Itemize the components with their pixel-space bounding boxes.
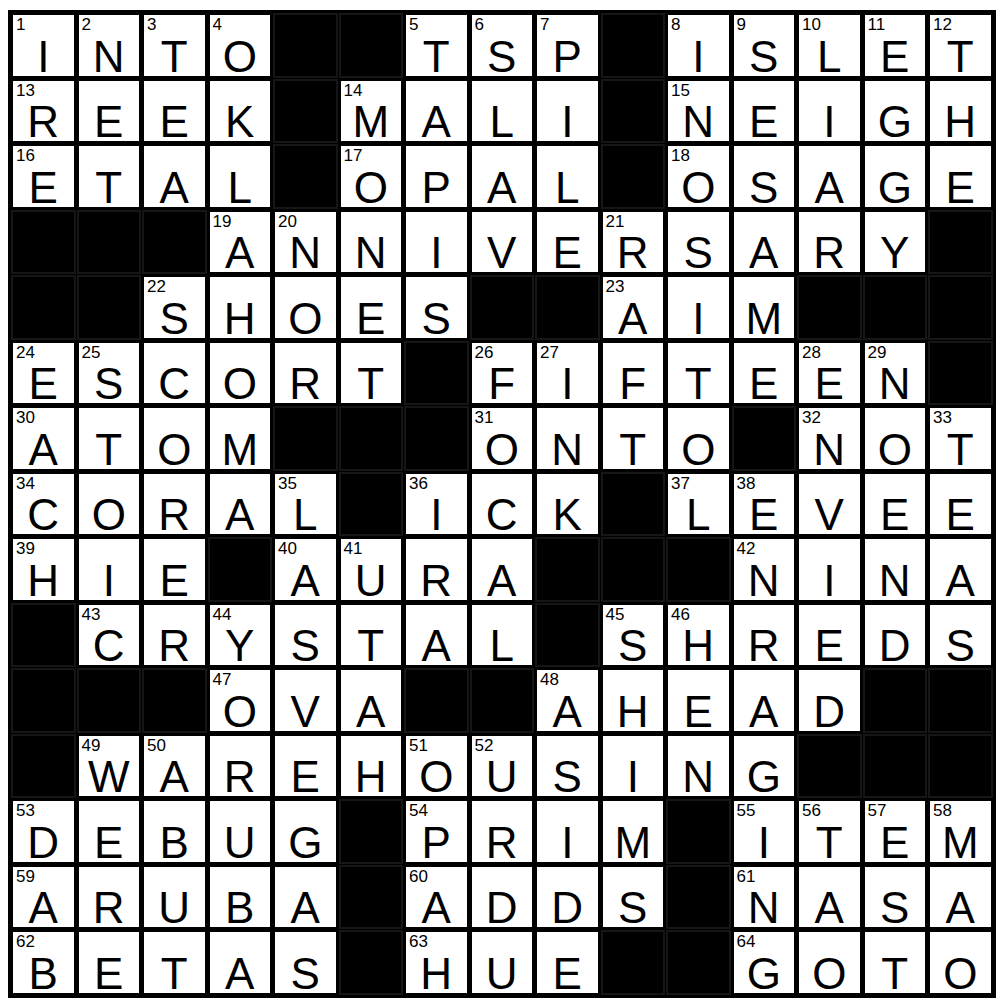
block-cell-r11c15: [928, 668, 993, 733]
cell-r14c7[interactable]: 60A: [404, 865, 469, 930]
cell-letter: R: [799, 231, 860, 275]
cell-r14c12[interactable]: 61N: [732, 865, 797, 930]
cell-r15c13[interactable]: O: [797, 930, 862, 995]
block-cell-r9c11: [666, 537, 731, 602]
cell-letter: S: [275, 624, 336, 668]
block-cell-r12c13: [797, 734, 862, 799]
block-cell-r12c15: [928, 734, 993, 799]
cell-r12c7[interactable]: 51O: [404, 734, 469, 799]
block-cell-r4c15: [928, 210, 993, 275]
cell-r13c7[interactable]: 54P: [404, 799, 469, 864]
cell-r2c13[interactable]: I: [797, 79, 862, 144]
cell-r10c8[interactable]: L: [470, 603, 535, 668]
cell-letter: W: [79, 755, 140, 799]
cell-r8c14[interactable]: E: [863, 472, 928, 537]
cell-r12c12[interactable]: G: [732, 734, 797, 799]
cell-letter: S: [603, 624, 664, 668]
cell-r13c5[interactable]: G: [273, 799, 338, 864]
cell-letter: H: [930, 100, 991, 144]
cell-letter: S: [537, 755, 598, 799]
cell-letter: T: [799, 821, 860, 865]
cell-r12c11[interactable]: N: [666, 734, 731, 799]
cell-r15c9[interactable]: E: [535, 930, 600, 995]
cell-r3c9[interactable]: L: [535, 144, 600, 209]
cell-letter: T: [406, 35, 467, 79]
cell-letter: H: [13, 559, 74, 603]
cell-r6c1[interactable]: 24E: [11, 341, 76, 406]
cell-letter: N: [341, 231, 402, 275]
cell-letter: S: [734, 35, 795, 79]
cell-r6c3[interactable]: C: [142, 341, 207, 406]
cell-r4c12[interactable]: A: [732, 210, 797, 275]
cell-r10c6[interactable]: T: [339, 603, 404, 668]
cell-letter: O: [406, 755, 467, 799]
cell-r9c15[interactable]: A: [928, 537, 993, 602]
cell-r14c1[interactable]: 59A: [11, 865, 76, 930]
cell-r7c14[interactable]: O: [863, 406, 928, 471]
cell-letter: L: [537, 166, 598, 210]
cell-r4c10[interactable]: 21R: [601, 210, 666, 275]
cell-r5c6[interactable]: E: [339, 275, 404, 340]
cell-r2c2[interactable]: E: [77, 79, 142, 144]
cell-r13c10[interactable]: M: [601, 799, 666, 864]
cell-r8c9[interactable]: K: [535, 472, 600, 537]
cell-r11c6[interactable]: A: [339, 668, 404, 733]
cell-r3c6[interactable]: 17O: [339, 144, 404, 209]
cell-letter: U: [472, 755, 533, 799]
block-cell-r13c11: [666, 799, 731, 864]
cell-r2c1[interactable]: 13R: [11, 79, 76, 144]
cell-r5c12[interactable]: M: [732, 275, 797, 340]
block-cell-r9c10: [601, 537, 666, 602]
block-cell-r14c6: [339, 865, 404, 930]
cell-r10c15[interactable]: S: [928, 603, 993, 668]
cell-letter: O: [341, 166, 402, 210]
block-cell-r15c10: [601, 930, 666, 995]
cell-r2c11[interactable]: 15N: [666, 79, 731, 144]
cell-r12c2[interactable]: 49W: [77, 734, 142, 799]
cell-letter: P: [406, 821, 467, 865]
cell-letter: A: [930, 886, 991, 930]
cell-r13c4[interactable]: U: [208, 799, 273, 864]
cell-r1c14[interactable]: 11E: [863, 13, 928, 78]
cell-r14c5[interactable]: A: [273, 865, 338, 930]
cell-letter: I: [537, 362, 598, 406]
cell-letter: I: [799, 100, 860, 144]
cell-r2c6[interactable]: 14M: [339, 79, 404, 144]
clue-number: 1: [16, 15, 25, 35]
block-cell-r4c3: [142, 210, 207, 275]
cell-r13c1[interactable]: 53D: [11, 799, 76, 864]
cell-r12c9[interactable]: S: [535, 734, 600, 799]
cell-r12c8[interactable]: 52U: [470, 734, 535, 799]
cell-letter: R: [144, 493, 205, 537]
cell-r14c14[interactable]: S: [863, 865, 928, 930]
cell-letter: A: [930, 559, 991, 603]
cell-r11c12[interactable]: A: [732, 668, 797, 733]
cell-r9c8[interactable]: A: [470, 537, 535, 602]
cell-r12c6[interactable]: H: [339, 734, 404, 799]
crossword-board: 1I2N3T4O5T6S7P8I9S10L11E12T13REEK14MALI1…: [8, 10, 996, 998]
cell-r10c5[interactable]: S: [273, 603, 338, 668]
cell-r8c4[interactable]: A: [208, 472, 273, 537]
cell-r11c11[interactable]: E: [666, 668, 731, 733]
cell-letter: E: [799, 362, 860, 406]
cell-r13c9[interactable]: I: [535, 799, 600, 864]
cell-r1c11[interactable]: 8I: [666, 13, 731, 78]
cell-letter: H: [603, 690, 664, 734]
block-cell-r6c15: [928, 341, 993, 406]
block-cell-r5c2: [77, 275, 142, 340]
cell-r9c5[interactable]: 40A: [273, 537, 338, 602]
cell-letter: E: [13, 166, 74, 210]
cell-letter: R: [472, 821, 533, 865]
cell-r10c7[interactable]: A: [404, 603, 469, 668]
cell-letter: P: [406, 166, 467, 210]
cell-letter: R: [275, 362, 336, 406]
cell-letter: M: [210, 428, 271, 472]
cell-r15c12[interactable]: 64G: [732, 930, 797, 995]
cell-r13c8[interactable]: R: [470, 799, 535, 864]
cell-letter: M: [734, 297, 795, 341]
cell-r14c8[interactable]: D: [470, 865, 535, 930]
cell-r2c4[interactable]: K: [208, 79, 273, 144]
block-cell-r10c1: [11, 603, 76, 668]
cell-letter: T: [668, 362, 729, 406]
cell-r9c6[interactable]: 41U: [339, 537, 404, 602]
cell-r15c2[interactable]: E: [77, 930, 142, 995]
cell-r10c4[interactable]: 44Y: [208, 603, 273, 668]
block-cell-r13c6: [339, 799, 404, 864]
cell-r1c1[interactable]: 1I: [11, 13, 76, 78]
cell-letter: E: [930, 166, 991, 210]
cell-r6c6[interactable]: T: [339, 341, 404, 406]
cell-r3c7[interactable]: P: [404, 144, 469, 209]
clue-number: 55: [737, 801, 756, 821]
cell-r15c7[interactable]: 63H: [404, 930, 469, 995]
cell-r1c15[interactable]: 12T: [928, 13, 993, 78]
cell-letter: N: [865, 362, 926, 406]
cell-letter: C: [13, 493, 74, 537]
cell-letter: A: [734, 690, 795, 734]
cell-r1c3[interactable]: 3T: [142, 13, 207, 78]
cell-r2c7[interactable]: A: [404, 79, 469, 144]
cell-letter: A: [734, 231, 795, 275]
cell-letter: N: [668, 100, 729, 144]
cell-letter: O: [472, 428, 533, 472]
cell-r6c8[interactable]: 26F: [470, 341, 535, 406]
clue-number: 6: [475, 15, 484, 35]
cell-letter: S: [406, 297, 467, 341]
cell-r6c4[interactable]: O: [208, 341, 273, 406]
cell-letter: I: [537, 100, 598, 144]
cell-r7c4[interactable]: M: [208, 406, 273, 471]
cell-r6c9[interactable]: 27I: [535, 341, 600, 406]
cell-r7c10[interactable]: T: [601, 406, 666, 471]
cell-r4c5[interactable]: 20N: [273, 210, 338, 275]
block-cell-r5c14: [863, 275, 928, 340]
block-cell-r12c14: [863, 734, 928, 799]
cell-r3c8[interactable]: A: [470, 144, 535, 209]
cell-r10c2[interactable]: 43C: [77, 603, 142, 668]
cell-r2c3[interactable]: E: [142, 79, 207, 144]
cell-r10c14[interactable]: D: [863, 603, 928, 668]
cell-r14c10[interactable]: S: [601, 865, 666, 930]
cell-r6c10[interactable]: F: [601, 341, 666, 406]
cell-letter: S: [472, 35, 533, 79]
cell-r3c2[interactable]: T: [77, 144, 142, 209]
cell-r10c3[interactable]: R: [142, 603, 207, 668]
cell-letter: S: [603, 886, 664, 930]
block-cell-r12c1: [11, 734, 76, 799]
cell-r9c14[interactable]: N: [863, 537, 928, 602]
cell-r5c3[interactable]: 22S: [142, 275, 207, 340]
cell-r9c13[interactable]: I: [797, 537, 862, 602]
cell-r4c13[interactable]: R: [797, 210, 862, 275]
cell-r15c14[interactable]: T: [863, 930, 928, 995]
cell-letter: S: [275, 952, 336, 996]
cell-r8c15[interactable]: E: [928, 472, 993, 537]
cell-r2c15[interactable]: H: [928, 79, 993, 144]
cell-r11c5[interactable]: V: [273, 668, 338, 733]
cell-letter: V: [799, 493, 860, 537]
cell-r6c14[interactable]: 29N: [863, 341, 928, 406]
cell-letter: O: [668, 428, 729, 472]
cell-r5c7[interactable]: S: [404, 275, 469, 340]
cell-r15c4[interactable]: A: [208, 930, 273, 995]
block-cell-r15c6: [339, 930, 404, 995]
cell-r12c3[interactable]: 50A: [142, 734, 207, 799]
cell-r3c4[interactable]: L: [208, 144, 273, 209]
cell-r1c12[interactable]: 9S: [732, 13, 797, 78]
cell-letter: A: [406, 886, 467, 930]
block-cell-r7c6: [339, 406, 404, 471]
cell-letter: A: [13, 886, 74, 930]
block-cell-r7c5: [273, 406, 338, 471]
cell-r11c10[interactable]: H: [601, 668, 666, 733]
cell-r2c8[interactable]: L: [470, 79, 535, 144]
cell-letter: T: [144, 35, 205, 79]
cell-letter: I: [799, 559, 860, 603]
cell-r10c10[interactable]: 45S: [601, 603, 666, 668]
cell-r13c14[interactable]: 57E: [863, 799, 928, 864]
cell-letter: S: [668, 231, 729, 275]
cell-r5c10[interactable]: 23A: [601, 275, 666, 340]
cell-r14c9[interactable]: D: [535, 865, 600, 930]
cell-letter: A: [275, 559, 336, 603]
cell-r1c4[interactable]: 4O: [208, 13, 273, 78]
cell-letter: E: [799, 624, 860, 668]
cell-r4c6[interactable]: N: [339, 210, 404, 275]
cell-r9c7[interactable]: R: [404, 537, 469, 602]
cell-r7c11[interactable]: O: [666, 406, 731, 471]
cell-r15c5[interactable]: S: [273, 930, 338, 995]
cell-letter: L: [799, 35, 860, 79]
cell-letter: A: [341, 690, 402, 734]
cell-r3c15[interactable]: E: [928, 144, 993, 209]
cell-letter: I: [603, 755, 664, 799]
cell-r7c8[interactable]: 31O: [470, 406, 535, 471]
cell-r4c9[interactable]: E: [535, 210, 600, 275]
cell-r14c15[interactable]: A: [928, 865, 993, 930]
cell-r14c2[interactable]: R: [77, 865, 142, 930]
cell-r13c2[interactable]: E: [77, 799, 142, 864]
cell-r7c13[interactable]: 32N: [797, 406, 862, 471]
cell-letter: N: [734, 559, 795, 603]
cell-r3c11[interactable]: 18O: [666, 144, 731, 209]
crossword-page: 1I2N3T4O5T6S7P8I9S10L11E12T13REEK14MALI1…: [0, 0, 1000, 1006]
cell-r2c12[interactable]: E: [732, 79, 797, 144]
cell-r8c7[interactable]: 36I: [404, 472, 469, 537]
cell-letter: S: [930, 624, 991, 668]
cell-letter: R: [210, 755, 271, 799]
cell-letter: I: [537, 821, 598, 865]
cell-letter: A: [210, 231, 271, 275]
cell-r11c4[interactable]: 47O: [208, 668, 273, 733]
cell-r15c8[interactable]: U: [470, 930, 535, 995]
cell-r6c5[interactable]: R: [273, 341, 338, 406]
cell-letter: A: [210, 952, 271, 996]
cell-r3c1[interactable]: 16E: [11, 144, 76, 209]
cell-r10c13[interactable]: E: [797, 603, 862, 668]
cell-letter: I: [406, 493, 467, 537]
cell-r10c12[interactable]: R: [732, 603, 797, 668]
cell-r12c4[interactable]: R: [208, 734, 273, 799]
cell-letter: A: [799, 886, 860, 930]
cell-r8c8[interactable]: C: [470, 472, 535, 537]
cell-r11c9[interactable]: 48A: [535, 668, 600, 733]
cell-r4c7[interactable]: I: [404, 210, 469, 275]
cell-letter: T: [865, 952, 926, 996]
cell-letter: G: [734, 755, 795, 799]
cell-letter: F: [603, 362, 664, 406]
cell-r3c3[interactable]: A: [142, 144, 207, 209]
cell-letter: N: [79, 35, 140, 79]
cell-r4c4[interactable]: 19A: [208, 210, 273, 275]
cell-r13c3[interactable]: B: [142, 799, 207, 864]
cell-r1c7[interactable]: 5T: [404, 13, 469, 78]
clue-number: 3: [147, 15, 156, 35]
cell-letter: B: [210, 886, 271, 930]
cell-r7c15[interactable]: 33T: [928, 406, 993, 471]
cell-r3c12[interactable]: S: [732, 144, 797, 209]
cell-r14c13[interactable]: A: [797, 865, 862, 930]
cell-r3c13[interactable]: A: [797, 144, 862, 209]
cell-r13c15[interactable]: 58M: [928, 799, 993, 864]
cell-r15c15[interactable]: O: [928, 930, 993, 995]
cell-r6c13[interactable]: 28E: [797, 341, 862, 406]
cell-letter: E: [13, 362, 74, 406]
cell-letter: L: [668, 493, 729, 537]
cell-r13c12[interactable]: 55I: [732, 799, 797, 864]
cell-r8c11[interactable]: 37L: [666, 472, 731, 537]
cell-r14c4[interactable]: B: [208, 865, 273, 930]
block-cell-r15c11: [666, 930, 731, 995]
cell-r1c13[interactable]: 10L: [797, 13, 862, 78]
cell-r4c14[interactable]: Y: [863, 210, 928, 275]
cell-r8c2[interactable]: O: [77, 472, 142, 537]
block-cell-r10c9: [535, 603, 600, 668]
cell-letter: E: [734, 493, 795, 537]
block-cell-r1c10: [601, 13, 666, 78]
cell-letter: E: [341, 297, 402, 341]
cell-letter: L: [472, 100, 533, 144]
cell-r9c3[interactable]: E: [142, 537, 207, 602]
cell-r4c8[interactable]: V: [470, 210, 535, 275]
cell-r11c13[interactable]: D: [797, 668, 862, 733]
cell-r9c2[interactable]: I: [77, 537, 142, 602]
cell-r12c10[interactable]: I: [601, 734, 666, 799]
cell-r6c12[interactable]: E: [732, 341, 797, 406]
cell-r12c5[interactable]: E: [273, 734, 338, 799]
cell-r8c12[interactable]: 38E: [732, 472, 797, 537]
block-cell-r11c1: [11, 668, 76, 733]
cell-r13c13[interactable]: 56T: [797, 799, 862, 864]
cell-r1c2[interactable]: 2N: [77, 13, 142, 78]
cell-r1c8[interactable]: 6S: [470, 13, 535, 78]
cell-letter: G: [734, 952, 795, 996]
cell-r7c3[interactable]: O: [142, 406, 207, 471]
cell-r15c1[interactable]: 62B: [11, 930, 76, 995]
cell-letter: U: [341, 559, 402, 603]
cell-r6c11[interactable]: T: [666, 341, 731, 406]
cell-letter: M: [603, 821, 664, 865]
cell-r7c9[interactable]: N: [535, 406, 600, 471]
cell-r6c2[interactable]: 25S: [77, 341, 142, 406]
cell-letter: A: [472, 166, 533, 210]
cell-r2c14[interactable]: G: [863, 79, 928, 144]
cell-r10c11[interactable]: 46H: [666, 603, 731, 668]
cell-r2c9[interactable]: I: [535, 79, 600, 144]
cell-letter: O: [275, 297, 336, 341]
cell-r8c3[interactable]: R: [142, 472, 207, 537]
cell-letter: R: [79, 886, 140, 930]
cell-letter: O: [865, 428, 926, 472]
cell-letter: D: [865, 624, 926, 668]
cell-r8c13[interactable]: V: [797, 472, 862, 537]
cell-letter: N: [537, 428, 598, 472]
cell-letter: E: [668, 690, 729, 734]
cell-r8c5[interactable]: 35L: [273, 472, 338, 537]
cell-r7c1[interactable]: 30A: [11, 406, 76, 471]
cell-letter: I: [734, 821, 795, 865]
cell-letter: E: [865, 35, 926, 79]
block-cell-r8c6: [339, 472, 404, 537]
cell-r8c1[interactable]: 34C: [11, 472, 76, 537]
cell-r14c3[interactable]: U: [142, 865, 207, 930]
cell-letter: A: [472, 559, 533, 603]
cell-letter: P: [537, 35, 598, 79]
cell-letter: H: [406, 952, 467, 996]
cell-r5c5[interactable]: O: [273, 275, 338, 340]
cell-r15c3[interactable]: T: [142, 930, 207, 995]
cell-r9c1[interactable]: 39H: [11, 537, 76, 602]
cell-r5c11[interactable]: I: [666, 275, 731, 340]
cell-r5c4[interactable]: H: [208, 275, 273, 340]
cell-r3c14[interactable]: G: [863, 144, 928, 209]
cell-r7c2[interactable]: T: [77, 406, 142, 471]
cell-r9c12[interactable]: 42N: [732, 537, 797, 602]
cell-letter: D: [537, 886, 598, 930]
clue-number: 8: [671, 15, 680, 35]
cell-letter: T: [930, 428, 991, 472]
cell-letter: R: [734, 624, 795, 668]
cell-letter: U: [472, 952, 533, 996]
cell-letter: S: [865, 886, 926, 930]
cell-r4c11[interactable]: S: [666, 210, 731, 275]
cell-r1c9[interactable]: 7P: [535, 13, 600, 78]
block-cell-r1c5: [273, 13, 338, 78]
